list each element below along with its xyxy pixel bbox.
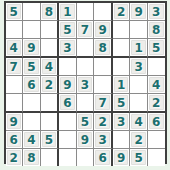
cell-r3c6[interactable]: 8 [94, 39, 113, 58]
cell-r7c4[interactable] [59, 113, 77, 131]
cell-r3c9[interactable]: 5 [148, 39, 165, 58]
given-tile: 3 [131, 59, 146, 74]
cell-r8c5[interactable]: 9 [77, 131, 95, 149]
cell-r2c3[interactable] [41, 21, 60, 39]
given-digit: 5 [63, 24, 71, 36]
cell-r2c2[interactable] [23, 21, 41, 39]
cell-r9c3[interactable] [41, 149, 60, 166]
cell-r2c4[interactable]: 5 [59, 21, 77, 39]
given-tile: 3 [114, 114, 129, 129]
given-tile: 5 [7, 4, 22, 19]
cell-r8c1[interactable]: 6 [6, 131, 24, 149]
cell-r6c1[interactable] [6, 94, 24, 113]
given-digit: 8 [27, 152, 35, 164]
given-digit: 1 [63, 6, 71, 18]
board-row-6: 6752 [6, 94, 165, 113]
cell-r7c8[interactable]: 4 [130, 113, 148, 131]
cell-r1c6[interactable] [94, 3, 113, 21]
cell-r6c8[interactable] [130, 94, 148, 113]
cell-r3c2[interactable]: 9 [23, 39, 41, 58]
given-digit: 8 [98, 42, 106, 54]
given-tile: 6 [95, 150, 110, 165]
given-tile: 1 [114, 77, 129, 92]
given-digit: 6 [98, 152, 106, 164]
cell-r6c9[interactable]: 2 [148, 94, 165, 113]
cell-r4c1[interactable]: 7 [6, 58, 24, 76]
given-digit: 4 [27, 134, 35, 146]
given-digit: 4 [10, 42, 18, 54]
given-digit: 5 [10, 6, 18, 18]
given-tile: 5 [78, 114, 93, 129]
cell-r7c6[interactable]: 2 [94, 113, 113, 131]
given-tile: 2 [114, 4, 129, 19]
cell-r5c2[interactable]: 6 [23, 76, 41, 94]
cell-r4c3[interactable]: 4 [41, 58, 60, 76]
given-tile: 3 [95, 132, 110, 147]
given-digit: 2 [135, 134, 143, 146]
given-digit: 3 [135, 61, 143, 73]
given-digit: 9 [63, 79, 71, 91]
given-digit: 6 [10, 134, 18, 146]
cell-r6c6[interactable]: 7 [94, 94, 113, 113]
cell-r1c4[interactable]: 1 [59, 3, 77, 21]
cell-r7c2[interactable] [23, 113, 41, 131]
given-tile: 6 [60, 95, 75, 110]
given-tile: 9 [95, 22, 110, 37]
cell-r7c3[interactable] [41, 113, 60, 131]
given-tile: 8 [42, 4, 57, 19]
cell-r8c8[interactable]: 2 [130, 131, 148, 149]
board-row-2: 5798 [6, 21, 165, 39]
given-digit: 6 [63, 97, 71, 109]
given-digit: 6 [27, 79, 35, 91]
cell-r7c1[interactable]: 9 [6, 113, 24, 131]
cell-r3c3[interactable] [41, 39, 60, 58]
cell-r8c7[interactable] [113, 131, 131, 149]
given-digit: 5 [117, 97, 125, 109]
cell-r9c9[interactable] [148, 149, 165, 166]
given-tile: 9 [60, 77, 75, 92]
cell-r1c2[interactable] [23, 3, 41, 21]
cell-r1c7[interactable]: 2 [113, 3, 131, 21]
cell-r5c4[interactable]: 9 [59, 76, 77, 94]
given-tile: 5 [131, 150, 146, 165]
cell-r4c7[interactable] [113, 58, 131, 76]
cell-r9c6[interactable]: 6 [94, 149, 113, 166]
given-tile: 3 [149, 4, 164, 19]
cell-r3c5[interactable] [77, 39, 95, 58]
cell-r4c6[interactable] [94, 58, 113, 76]
given-digit: 5 [45, 134, 53, 146]
given-digit: 2 [98, 116, 106, 128]
given-tile: 4 [149, 77, 164, 92]
cell-r9c1[interactable]: 2 [6, 149, 24, 166]
given-tile: 1 [131, 40, 146, 55]
cell-r5c3[interactable]: 2 [41, 76, 60, 94]
given-digit: 5 [27, 61, 35, 73]
given-tile: 7 [78, 22, 93, 37]
cell-r2c7[interactable] [113, 21, 131, 39]
cell-r5c5[interactable]: 3 [77, 76, 95, 94]
given-tile: 3 [60, 40, 75, 55]
cell-r2c1[interactable] [6, 21, 24, 39]
given-tile: 5 [114, 95, 129, 110]
given-tile: 2 [131, 132, 146, 147]
given-tile: 1 [60, 4, 75, 19]
board-row-1: 581293 [6, 3, 165, 21]
cell-r3c1[interactable]: 4 [6, 39, 24, 58]
cell-r5c8[interactable] [130, 76, 148, 94]
cell-r1c3[interactable]: 8 [41, 3, 60, 21]
given-digit: 8 [45, 6, 53, 18]
cell-r5c1[interactable] [6, 76, 24, 94]
cell-r1c8[interactable]: 9 [130, 3, 148, 21]
cell-r6c7[interactable]: 5 [113, 94, 131, 113]
given-digit: 1 [135, 42, 143, 54]
given-digit: 2 [45, 79, 53, 91]
given-digit: 7 [81, 24, 89, 36]
given-digit: 9 [135, 6, 143, 18]
given-tile: 9 [78, 132, 93, 147]
given-digit: 7 [98, 97, 106, 109]
cell-r3c8[interactable]: 1 [130, 39, 148, 58]
given-digit: 5 [152, 42, 160, 54]
given-digit: 4 [135, 116, 143, 128]
given-digit: 3 [81, 79, 89, 91]
board-row-8: 645932 [6, 131, 165, 149]
given-digit: 3 [98, 134, 106, 146]
given-tile: 5 [60, 22, 75, 37]
cell-r3c4[interactable]: 3 [59, 39, 77, 58]
given-tile: 8 [149, 22, 164, 37]
given-digit: 4 [45, 61, 53, 73]
cell-r2c6[interactable]: 9 [94, 21, 113, 39]
given-digit: 3 [152, 6, 160, 18]
cell-r9c7[interactable]: 9 [113, 149, 131, 166]
cell-r1c1[interactable]: 5 [6, 3, 24, 21]
given-tile: 3 [78, 77, 93, 92]
cell-r5c9[interactable]: 4 [148, 76, 165, 94]
given-digit: 3 [63, 42, 71, 54]
given-digit: 1 [117, 79, 125, 91]
cell-r4c4[interactable] [59, 58, 77, 76]
cell-r5c7[interactable]: 1 [113, 76, 131, 94]
given-tile: 2 [149, 95, 164, 110]
given-tile: 2 [42, 77, 57, 92]
board-row-3: 493815 [6, 39, 165, 58]
cell-r6c3[interactable] [41, 94, 60, 113]
cell-r2c8[interactable] [130, 21, 148, 39]
given-tile: 5 [24, 59, 39, 74]
given-digit: 2 [152, 97, 160, 109]
given-tile: 7 [95, 95, 110, 110]
given-tile: 6 [24, 77, 39, 92]
given-tile: 5 [149, 40, 164, 55]
given-digit: 7 [10, 61, 18, 73]
board-row-9: 28695 [6, 149, 165, 166]
given-digit: 2 [10, 152, 18, 164]
given-digit: 9 [81, 134, 89, 146]
cell-r8c9[interactable] [148, 131, 165, 149]
given-tile: 4 [24, 132, 39, 147]
cell-r1c9[interactable]: 3 [148, 3, 165, 21]
board-row-5: 629314 [6, 76, 165, 94]
given-tile: 7 [7, 59, 22, 74]
given-tile: 4 [131, 114, 146, 129]
given-tile: 9 [131, 4, 146, 19]
given-tile: 6 [149, 114, 164, 129]
given-digit: 5 [81, 116, 89, 128]
cell-r8c2[interactable]: 4 [23, 131, 41, 149]
cell-r7c7[interactable]: 3 [113, 113, 131, 131]
cell-r8c3[interactable]: 5 [41, 131, 60, 149]
given-tile: 4 [42, 59, 57, 74]
cell-r1c5[interactable] [77, 3, 95, 21]
given-tile: 9 [114, 150, 129, 165]
cell-r5c6[interactable] [94, 76, 113, 94]
given-digit: 9 [98, 24, 106, 36]
cell-r7c5[interactable]: 5 [77, 113, 95, 131]
cell-r3c7[interactable] [113, 39, 131, 58]
cell-r6c2[interactable] [23, 94, 41, 113]
board-row-7: 952346 [6, 113, 165, 131]
cell-r2c9[interactable]: 8 [148, 21, 165, 39]
cell-r9c2[interactable]: 8 [23, 149, 41, 166]
cell-r4c8[interactable]: 3 [130, 58, 148, 76]
given-digit: 9 [27, 42, 35, 54]
cell-r4c9[interactable] [148, 58, 165, 76]
cell-r9c5[interactable] [77, 149, 95, 166]
given-digit: 4 [152, 79, 160, 91]
cell-r8c6[interactable]: 3 [94, 131, 113, 149]
cell-r9c4[interactable] [59, 149, 77, 166]
sudoku-board: 5812935798493815754362931467529523466459… [4, 1, 167, 164]
cell-r2c5[interactable]: 7 [77, 21, 95, 39]
given-tile: 4 [7, 40, 22, 55]
given-tile: 2 [7, 150, 22, 165]
cell-r6c4[interactable]: 6 [59, 94, 77, 113]
cell-r7c9[interactable]: 6 [148, 113, 165, 131]
cell-r6c5[interactable] [77, 94, 95, 113]
cell-r4c2[interactable]: 5 [23, 58, 41, 76]
given-tile: 2 [95, 114, 110, 129]
given-digit: 6 [152, 116, 160, 128]
given-digit: 9 [10, 116, 18, 128]
board-row-4: 7543 [6, 58, 165, 76]
given-tile: 9 [7, 114, 22, 129]
given-digit: 3 [117, 116, 125, 128]
cell-r4c5[interactable] [77, 58, 95, 76]
cell-r9c8[interactable]: 5 [130, 149, 148, 166]
given-tile: 9 [24, 40, 39, 55]
given-tile: 8 [24, 150, 39, 165]
cell-r8c4[interactable] [59, 131, 77, 149]
given-digit: 8 [152, 24, 160, 36]
given-tile: 6 [7, 132, 22, 147]
given-digit: 5 [135, 152, 143, 164]
given-tile: 8 [95, 40, 110, 55]
given-tile: 5 [42, 132, 57, 147]
given-digit: 2 [117, 6, 125, 18]
given-digit: 9 [117, 152, 125, 164]
